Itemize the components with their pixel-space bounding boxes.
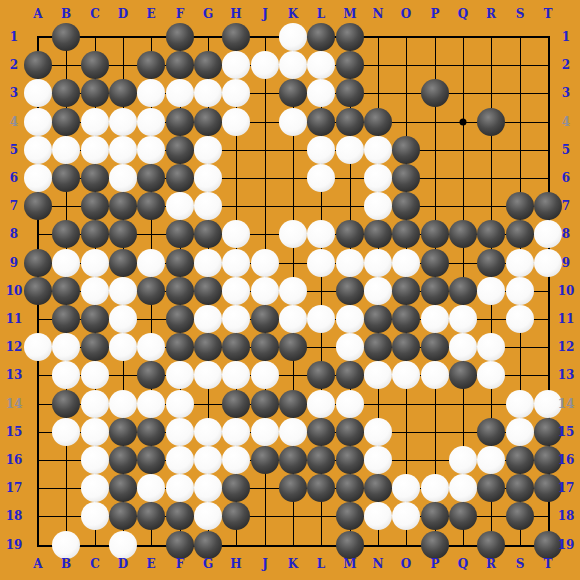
white-stone[interactable] bbox=[534, 249, 562, 277]
black-stone[interactable] bbox=[137, 361, 165, 389]
black-stone[interactable] bbox=[137, 502, 165, 530]
white-stone[interactable] bbox=[52, 531, 80, 559]
white-stone[interactable] bbox=[194, 249, 222, 277]
black-stone[interactable] bbox=[336, 418, 364, 446]
black-stone[interactable] bbox=[307, 23, 335, 51]
white-stone[interactable] bbox=[449, 446, 477, 474]
white-stone[interactable] bbox=[166, 361, 194, 389]
black-stone[interactable] bbox=[449, 361, 477, 389]
white-stone[interactable] bbox=[194, 474, 222, 502]
white-stone[interactable] bbox=[194, 136, 222, 164]
row-label-left: 11 bbox=[6, 313, 23, 325]
row-label-right: 8 bbox=[562, 228, 570, 240]
black-stone[interactable] bbox=[194, 108, 222, 136]
row-label-left: 3 bbox=[10, 87, 18, 99]
black-stone[interactable] bbox=[166, 220, 194, 248]
white-stone[interactable] bbox=[477, 361, 505, 389]
black-stone[interactable] bbox=[222, 474, 250, 502]
white-stone[interactable] bbox=[307, 51, 335, 79]
column-label-top: C bbox=[90, 8, 100, 20]
black-stone[interactable] bbox=[109, 418, 137, 446]
white-stone[interactable] bbox=[279, 108, 307, 136]
black-stone[interactable] bbox=[194, 531, 222, 559]
white-stone[interactable] bbox=[364, 192, 392, 220]
white-stone[interactable] bbox=[251, 249, 279, 277]
white-stone[interactable] bbox=[307, 164, 335, 192]
white-stone[interactable] bbox=[52, 361, 80, 389]
white-stone[interactable] bbox=[364, 249, 392, 277]
white-stone[interactable] bbox=[81, 136, 109, 164]
column-label-top: G bbox=[203, 8, 213, 20]
white-stone[interactable] bbox=[392, 361, 420, 389]
black-stone[interactable] bbox=[166, 277, 194, 305]
white-stone[interactable] bbox=[109, 305, 137, 333]
row-label-left: 15 bbox=[6, 426, 23, 438]
row-label-right: 9 bbox=[562, 257, 570, 269]
white-stone[interactable] bbox=[421, 361, 449, 389]
black-stone[interactable] bbox=[477, 220, 505, 248]
black-stone[interactable] bbox=[109, 474, 137, 502]
black-stone[interactable] bbox=[477, 108, 505, 136]
black-stone[interactable] bbox=[279, 79, 307, 107]
black-stone[interactable] bbox=[336, 79, 364, 107]
white-stone[interactable] bbox=[81, 446, 109, 474]
white-stone[interactable] bbox=[421, 305, 449, 333]
black-stone[interactable] bbox=[421, 249, 449, 277]
column-label-top: A bbox=[33, 8, 42, 20]
black-stone[interactable] bbox=[24, 192, 52, 220]
column-label-top: S bbox=[516, 8, 525, 20]
white-stone[interactable] bbox=[364, 136, 392, 164]
column-label-top: P bbox=[430, 8, 439, 20]
black-stone[interactable] bbox=[24, 249, 52, 277]
column-label-top: M bbox=[343, 8, 356, 20]
black-stone[interactable] bbox=[251, 305, 279, 333]
white-stone[interactable] bbox=[364, 502, 392, 530]
black-stone[interactable] bbox=[506, 446, 534, 474]
white-stone[interactable] bbox=[81, 390, 109, 418]
black-stone[interactable] bbox=[421, 79, 449, 107]
white-stone[interactable] bbox=[364, 418, 392, 446]
black-stone[interactable] bbox=[52, 79, 80, 107]
white-stone[interactable] bbox=[534, 220, 562, 248]
black-stone[interactable] bbox=[166, 23, 194, 51]
black-stone[interactable] bbox=[222, 23, 250, 51]
black-stone[interactable] bbox=[137, 418, 165, 446]
black-stone[interactable] bbox=[222, 390, 250, 418]
black-stone[interactable] bbox=[251, 333, 279, 361]
black-stone[interactable] bbox=[166, 136, 194, 164]
black-stone[interactable] bbox=[137, 277, 165, 305]
black-stone[interactable] bbox=[166, 108, 194, 136]
white-stone[interactable] bbox=[222, 361, 250, 389]
black-stone[interactable] bbox=[166, 502, 194, 530]
white-stone[interactable] bbox=[307, 220, 335, 248]
black-stone[interactable] bbox=[392, 333, 420, 361]
black-stone[interactable] bbox=[52, 277, 80, 305]
white-stone[interactable] bbox=[364, 446, 392, 474]
white-stone[interactable] bbox=[81, 108, 109, 136]
white-stone[interactable] bbox=[166, 192, 194, 220]
black-stone[interactable] bbox=[364, 333, 392, 361]
white-stone[interactable] bbox=[336, 390, 364, 418]
black-stone[interactable] bbox=[506, 474, 534, 502]
white-stone[interactable] bbox=[52, 418, 80, 446]
white-stone[interactable] bbox=[279, 51, 307, 79]
black-stone[interactable] bbox=[194, 220, 222, 248]
white-stone[interactable] bbox=[166, 79, 194, 107]
black-stone[interactable] bbox=[506, 192, 534, 220]
black-stone[interactable] bbox=[81, 164, 109, 192]
white-stone[interactable] bbox=[222, 305, 250, 333]
black-stone[interactable] bbox=[81, 51, 109, 79]
black-stone[interactable] bbox=[421, 502, 449, 530]
black-stone[interactable] bbox=[194, 277, 222, 305]
column-label-top: K bbox=[288, 8, 298, 20]
row-label-right: 3 bbox=[562, 87, 570, 99]
column-label-bottom: R bbox=[486, 558, 496, 570]
black-stone[interactable] bbox=[477, 418, 505, 446]
white-stone[interactable] bbox=[364, 277, 392, 305]
white-stone[interactable] bbox=[109, 333, 137, 361]
white-stone[interactable] bbox=[222, 108, 250, 136]
black-stone[interactable] bbox=[52, 23, 80, 51]
black-stone[interactable] bbox=[364, 305, 392, 333]
white-stone[interactable] bbox=[222, 277, 250, 305]
black-stone[interactable] bbox=[251, 390, 279, 418]
black-stone[interactable] bbox=[449, 220, 477, 248]
white-stone[interactable] bbox=[137, 474, 165, 502]
row-label-right: 7 bbox=[562, 200, 570, 212]
white-stone[interactable] bbox=[194, 79, 222, 107]
white-stone[interactable] bbox=[137, 390, 165, 418]
column-label-bottom: T bbox=[544, 558, 553, 570]
white-stone[interactable] bbox=[81, 361, 109, 389]
black-stone[interactable] bbox=[81, 220, 109, 248]
black-stone[interactable] bbox=[364, 220, 392, 248]
black-stone[interactable] bbox=[166, 333, 194, 361]
white-stone[interactable] bbox=[449, 474, 477, 502]
black-stone[interactable] bbox=[52, 390, 80, 418]
white-stone[interactable] bbox=[506, 305, 534, 333]
column-label-bottom: S bbox=[516, 558, 525, 570]
black-stone[interactable] bbox=[336, 51, 364, 79]
white-stone[interactable] bbox=[222, 79, 250, 107]
column-label-bottom: N bbox=[373, 558, 384, 570]
row-label-left: 19 bbox=[6, 539, 23, 551]
white-stone[interactable] bbox=[279, 305, 307, 333]
white-stone[interactable] bbox=[137, 333, 165, 361]
white-stone[interactable] bbox=[194, 361, 222, 389]
white-stone[interactable] bbox=[506, 390, 534, 418]
white-stone[interactable] bbox=[251, 51, 279, 79]
white-stone[interactable] bbox=[24, 108, 52, 136]
black-stone[interactable] bbox=[52, 164, 80, 192]
black-stone[interactable] bbox=[336, 446, 364, 474]
white-stone[interactable] bbox=[307, 79, 335, 107]
white-stone[interactable] bbox=[109, 531, 137, 559]
row-label-right: 6 bbox=[562, 172, 570, 184]
black-stone[interactable] bbox=[307, 361, 335, 389]
white-stone[interactable] bbox=[137, 136, 165, 164]
column-label-bottom: G bbox=[203, 558, 213, 570]
black-stone[interactable] bbox=[307, 418, 335, 446]
go-board[interactable]: AABBCCDDEEFFGGHHJJKKLLMMNNOOPPQQRRSSTT11… bbox=[0, 0, 580, 580]
column-label-top: T bbox=[544, 8, 553, 20]
white-stone[interactable] bbox=[166, 418, 194, 446]
white-stone[interactable] bbox=[109, 108, 137, 136]
black-stone[interactable] bbox=[392, 277, 420, 305]
black-stone[interactable] bbox=[336, 531, 364, 559]
black-stone[interactable] bbox=[24, 277, 52, 305]
white-stone[interactable] bbox=[194, 305, 222, 333]
column-label-bottom: C bbox=[90, 558, 100, 570]
black-stone[interactable] bbox=[336, 474, 364, 502]
white-stone[interactable] bbox=[222, 249, 250, 277]
black-stone[interactable] bbox=[166, 164, 194, 192]
white-stone[interactable] bbox=[166, 446, 194, 474]
row-label-left: 16 bbox=[6, 454, 23, 466]
column-label-top: J bbox=[262, 8, 268, 20]
white-stone[interactable] bbox=[279, 23, 307, 51]
white-stone[interactable] bbox=[307, 249, 335, 277]
white-stone[interactable] bbox=[392, 474, 420, 502]
white-stone[interactable] bbox=[307, 390, 335, 418]
white-stone[interactable] bbox=[222, 220, 250, 248]
black-stone[interactable] bbox=[364, 474, 392, 502]
black-stone[interactable] bbox=[307, 474, 335, 502]
white-stone[interactable] bbox=[222, 51, 250, 79]
black-stone[interactable] bbox=[81, 79, 109, 107]
white-stone[interactable] bbox=[109, 136, 137, 164]
white-stone[interactable] bbox=[81, 277, 109, 305]
white-stone[interactable] bbox=[364, 164, 392, 192]
black-stone[interactable] bbox=[421, 531, 449, 559]
white-stone[interactable] bbox=[109, 390, 137, 418]
white-stone[interactable] bbox=[279, 418, 307, 446]
black-stone[interactable] bbox=[336, 220, 364, 248]
black-stone[interactable] bbox=[307, 446, 335, 474]
white-stone[interactable] bbox=[449, 333, 477, 361]
white-stone[interactable] bbox=[336, 249, 364, 277]
white-stone[interactable] bbox=[449, 305, 477, 333]
row-label-right: 17 bbox=[558, 482, 575, 494]
column-label-bottom: Q bbox=[458, 558, 468, 570]
black-stone[interactable] bbox=[109, 502, 137, 530]
black-stone[interactable] bbox=[392, 136, 420, 164]
white-stone[interactable] bbox=[194, 192, 222, 220]
black-stone[interactable] bbox=[449, 277, 477, 305]
black-stone[interactable] bbox=[137, 446, 165, 474]
white-stone[interactable] bbox=[222, 418, 250, 446]
row-label-right: 10 bbox=[558, 285, 575, 297]
white-stone[interactable] bbox=[166, 474, 194, 502]
black-stone[interactable] bbox=[109, 192, 137, 220]
white-stone[interactable] bbox=[166, 390, 194, 418]
white-stone[interactable] bbox=[52, 333, 80, 361]
white-stone[interactable] bbox=[477, 333, 505, 361]
black-stone[interactable] bbox=[421, 220, 449, 248]
black-stone[interactable] bbox=[392, 192, 420, 220]
white-stone[interactable] bbox=[24, 164, 52, 192]
black-stone[interactable] bbox=[336, 23, 364, 51]
column-label-top: E bbox=[146, 8, 155, 20]
white-stone[interactable] bbox=[109, 277, 137, 305]
white-stone[interactable] bbox=[392, 502, 420, 530]
white-stone[interactable] bbox=[421, 474, 449, 502]
black-stone[interactable] bbox=[166, 305, 194, 333]
white-stone[interactable] bbox=[137, 108, 165, 136]
white-stone[interactable] bbox=[506, 418, 534, 446]
white-stone[interactable] bbox=[24, 136, 52, 164]
white-stone[interactable] bbox=[477, 277, 505, 305]
column-label-bottom: K bbox=[288, 558, 298, 570]
white-stone[interactable] bbox=[81, 249, 109, 277]
white-stone[interactable] bbox=[477, 446, 505, 474]
row-label-right: 13 bbox=[558, 369, 575, 381]
row-label-right: 16 bbox=[558, 454, 575, 466]
white-stone[interactable] bbox=[251, 277, 279, 305]
white-stone[interactable] bbox=[81, 418, 109, 446]
black-stone[interactable] bbox=[52, 305, 80, 333]
white-stone[interactable] bbox=[24, 333, 52, 361]
column-label-bottom: E bbox=[146, 558, 155, 570]
row-label-right: 14 bbox=[558, 398, 575, 410]
star-point bbox=[460, 119, 467, 126]
row-label-right: 4 bbox=[562, 116, 570, 128]
white-stone[interactable] bbox=[336, 333, 364, 361]
black-stone[interactable] bbox=[109, 79, 137, 107]
row-label-right: 5 bbox=[562, 144, 570, 156]
white-stone[interactable] bbox=[194, 164, 222, 192]
black-stone[interactable] bbox=[24, 51, 52, 79]
black-stone[interactable] bbox=[449, 502, 477, 530]
black-stone[interactable] bbox=[109, 446, 137, 474]
black-stone[interactable] bbox=[421, 333, 449, 361]
black-stone[interactable] bbox=[137, 51, 165, 79]
black-stone[interactable] bbox=[477, 531, 505, 559]
column-label-bottom: M bbox=[343, 558, 356, 570]
black-stone[interactable] bbox=[534, 192, 562, 220]
black-stone[interactable] bbox=[336, 502, 364, 530]
white-stone[interactable] bbox=[109, 164, 137, 192]
row-label-right: 18 bbox=[558, 510, 575, 522]
black-stone[interactable] bbox=[222, 333, 250, 361]
column-label-bottom: L bbox=[317, 558, 325, 570]
white-stone[interactable] bbox=[52, 136, 80, 164]
black-stone[interactable] bbox=[279, 474, 307, 502]
black-stone[interactable] bbox=[81, 192, 109, 220]
row-label-left: 9 bbox=[10, 257, 18, 269]
white-stone[interactable] bbox=[364, 361, 392, 389]
column-label-bottom: O bbox=[401, 558, 411, 570]
black-stone[interactable] bbox=[52, 220, 80, 248]
white-stone[interactable] bbox=[251, 418, 279, 446]
white-stone[interactable] bbox=[251, 361, 279, 389]
black-stone[interactable] bbox=[392, 220, 420, 248]
row-label-left: 1 bbox=[10, 31, 18, 43]
black-stone[interactable] bbox=[137, 164, 165, 192]
column-label-top: Q bbox=[458, 8, 468, 20]
column-label-bottom: A bbox=[33, 558, 42, 570]
black-stone[interactable] bbox=[279, 333, 307, 361]
black-stone[interactable] bbox=[336, 277, 364, 305]
black-stone[interactable] bbox=[506, 220, 534, 248]
black-stone[interactable] bbox=[477, 249, 505, 277]
white-stone[interactable] bbox=[279, 277, 307, 305]
black-stone[interactable] bbox=[166, 51, 194, 79]
black-stone[interactable] bbox=[166, 531, 194, 559]
white-stone[interactable] bbox=[336, 136, 364, 164]
row-label-left: 2 bbox=[10, 59, 18, 71]
white-stone[interactable] bbox=[307, 136, 335, 164]
black-stone[interactable] bbox=[392, 164, 420, 192]
white-stone[interactable] bbox=[194, 502, 222, 530]
column-label-bottom: F bbox=[176, 558, 185, 570]
black-stone[interactable] bbox=[251, 446, 279, 474]
white-stone[interactable] bbox=[81, 474, 109, 502]
white-stone[interactable] bbox=[81, 502, 109, 530]
black-stone[interactable] bbox=[364, 108, 392, 136]
row-label-left: 4 bbox=[10, 116, 18, 128]
black-stone[interactable] bbox=[109, 249, 137, 277]
row-label-left: 6 bbox=[10, 172, 18, 184]
black-stone[interactable] bbox=[222, 502, 250, 530]
black-stone[interactable] bbox=[81, 305, 109, 333]
white-stone[interactable] bbox=[392, 249, 420, 277]
black-stone[interactable] bbox=[137, 192, 165, 220]
black-stone[interactable] bbox=[194, 51, 222, 79]
column-label-bottom: B bbox=[61, 558, 71, 570]
column-label-bottom: H bbox=[230, 558, 241, 570]
black-stone[interactable] bbox=[279, 390, 307, 418]
row-label-right: 12 bbox=[558, 341, 575, 353]
row-label-left: 10 bbox=[6, 285, 23, 297]
black-stone[interactable] bbox=[307, 108, 335, 136]
column-label-top: H bbox=[230, 8, 241, 20]
white-stone[interactable] bbox=[506, 249, 534, 277]
column-label-top: O bbox=[401, 8, 411, 20]
black-stone[interactable] bbox=[392, 305, 420, 333]
white-stone[interactable] bbox=[506, 277, 534, 305]
white-stone[interactable] bbox=[137, 79, 165, 107]
black-stone[interactable] bbox=[506, 502, 534, 530]
white-stone[interactable] bbox=[307, 305, 335, 333]
black-stone[interactable] bbox=[166, 249, 194, 277]
white-stone[interactable] bbox=[24, 79, 52, 107]
black-stone[interactable] bbox=[81, 333, 109, 361]
white-stone[interactable] bbox=[137, 249, 165, 277]
white-stone[interactable] bbox=[194, 446, 222, 474]
white-stone[interactable] bbox=[52, 249, 80, 277]
white-stone[interactable] bbox=[279, 220, 307, 248]
black-stone[interactable] bbox=[421, 277, 449, 305]
black-stone[interactable] bbox=[109, 220, 137, 248]
row-label-right: 11 bbox=[558, 313, 575, 325]
white-stone[interactable] bbox=[336, 305, 364, 333]
row-label-right: 2 bbox=[562, 59, 570, 71]
black-stone[interactable] bbox=[52, 108, 80, 136]
column-label-top: B bbox=[61, 8, 71, 20]
row-label-left: 5 bbox=[10, 144, 18, 156]
black-stone[interactable] bbox=[336, 108, 364, 136]
white-stone[interactable] bbox=[222, 446, 250, 474]
black-stone[interactable] bbox=[477, 474, 505, 502]
black-stone[interactable] bbox=[279, 446, 307, 474]
black-stone[interactable] bbox=[194, 333, 222, 361]
black-stone[interactable] bbox=[336, 361, 364, 389]
white-stone[interactable] bbox=[194, 418, 222, 446]
